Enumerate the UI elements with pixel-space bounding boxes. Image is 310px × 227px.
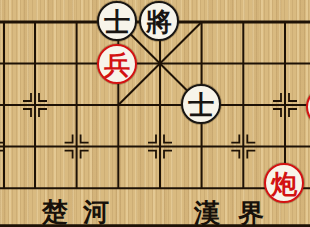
piece-black-general[interactable]: 將 bbox=[139, 1, 179, 41]
piece-glyph: 士 bbox=[104, 9, 130, 35]
point-markers bbox=[0, 93, 297, 159]
xiangqi-board[interactable]: 楚河 漢界 士 將 兵 士 炮 bbox=[0, 0, 310, 227]
piece-glyph: 兵 bbox=[104, 52, 130, 78]
piece-red-soldier[interactable]: 兵 bbox=[97, 44, 137, 84]
piece-black-advisor-2[interactable]: 士 bbox=[181, 84, 221, 124]
piece-black-advisor-1[interactable]: 士 bbox=[97, 1, 137, 41]
river-label-chu: 楚河 bbox=[42, 195, 124, 227]
piece-glyph: 士 bbox=[188, 92, 214, 118]
piece-red-cannon[interactable]: 炮 bbox=[264, 163, 304, 203]
river-label-han: 漢界 bbox=[194, 196, 282, 227]
piece-glyph: 炮 bbox=[271, 171, 297, 197]
piece-glyph: 將 bbox=[146, 9, 172, 35]
